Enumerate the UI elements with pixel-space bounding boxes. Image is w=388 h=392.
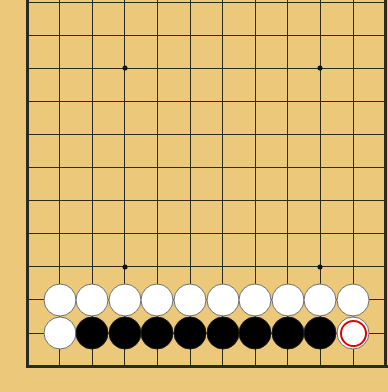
- intersection[interactable]: [43, 151, 76, 184]
- intersection[interactable]: [141, 250, 174, 283]
- intersection[interactable]: [76, 85, 109, 118]
- intersection[interactable]: [271, 250, 304, 283]
- intersection[interactable]: [271, 217, 304, 250]
- intersection[interactable]: [337, 217, 370, 250]
- intersection[interactable]: [271, 0, 304, 19]
- intersection[interactable]: [271, 283, 304, 316]
- intersection[interactable]: [206, 283, 239, 316]
- white-stone: [271, 283, 304, 316]
- intersection[interactable]: [43, 317, 76, 350]
- intersection[interactable]: [337, 118, 370, 151]
- intersection[interactable]: [206, 317, 239, 350]
- intersection[interactable]: [76, 19, 109, 52]
- intersection[interactable]: [174, 151, 207, 184]
- intersection[interactable]: [369, 217, 388, 250]
- intersection[interactable]: [43, 52, 76, 85]
- intersection[interactable]: [174, 283, 207, 316]
- intersection[interactable]: [108, 151, 141, 184]
- intersection[interactable]: [108, 250, 141, 283]
- white-stone: [76, 283, 109, 316]
- intersection[interactable]: [271, 350, 304, 383]
- intersection[interactable]: [369, 283, 388, 316]
- intersection[interactable]: [76, 184, 109, 217]
- intersection[interactable]: [11, 19, 44, 52]
- last-move-marker: [340, 320, 367, 347]
- intersection[interactable]: [141, 217, 174, 250]
- intersection[interactable]: [108, 350, 141, 383]
- intersection[interactable]: [141, 151, 174, 184]
- intersection[interactable]: [369, 350, 388, 383]
- white-stone: [337, 283, 370, 316]
- intersection[interactable]: [141, 52, 174, 85]
- intersection[interactable]: [239, 250, 272, 283]
- intersection[interactable]: [76, 52, 109, 85]
- intersection[interactable]: [271, 184, 304, 217]
- intersection[interactable]: [11, 0, 44, 19]
- intersection[interactable]: [174, 0, 207, 19]
- intersection[interactable]: [206, 217, 239, 250]
- intersection[interactable]: [337, 0, 370, 19]
- intersection[interactable]: [11, 184, 44, 217]
- intersection[interactable]: [43, 283, 76, 316]
- intersection[interactable]: [11, 217, 44, 250]
- white-stone: [174, 283, 207, 316]
- intersection[interactable]: [369, 19, 388, 52]
- intersection[interactable]: [141, 85, 174, 118]
- intersection[interactable]: [239, 118, 272, 151]
- intersection[interactable]: [108, 317, 141, 350]
- intersection[interactable]: [108, 52, 141, 85]
- intersection[interactable]: [337, 283, 370, 316]
- intersection[interactable]: [141, 0, 174, 19]
- intersection[interactable]: [108, 184, 141, 217]
- intersection[interactable]: [108, 283, 141, 316]
- intersection[interactable]: [11, 151, 44, 184]
- intersection[interactable]: [43, 85, 76, 118]
- intersection[interactable]: [304, 52, 337, 85]
- intersection[interactable]: [304, 250, 337, 283]
- intersection[interactable]: [43, 250, 76, 283]
- intersection[interactable]: [271, 19, 304, 52]
- white-stone: [141, 283, 174, 316]
- intersection[interactable]: [239, 0, 272, 19]
- intersection[interactable]: [271, 52, 304, 85]
- black-stone: [271, 317, 304, 350]
- intersection[interactable]: [206, 19, 239, 52]
- go-board: [0, 0, 388, 392]
- intersection[interactable]: [239, 19, 272, 52]
- intersection[interactable]: [337, 317, 370, 350]
- intersection[interactable]: [43, 184, 76, 217]
- intersection[interactable]: [271, 118, 304, 151]
- intersection[interactable]: [337, 151, 370, 184]
- intersection[interactable]: [239, 217, 272, 250]
- intersection[interactable]: [174, 250, 207, 283]
- intersection[interactable]: [11, 250, 44, 283]
- intersection[interactable]: [43, 350, 76, 383]
- intersection[interactable]: [239, 283, 272, 316]
- intersection[interactable]: [304, 85, 337, 118]
- white-stone: [206, 283, 239, 316]
- intersection[interactable]: [304, 350, 337, 383]
- intersection[interactable]: [174, 19, 207, 52]
- white-stone: [43, 317, 76, 350]
- intersection[interactable]: [206, 250, 239, 283]
- black-stone: [304, 317, 337, 350]
- intersection[interactable]: [369, 52, 388, 85]
- intersection[interactable]: [239, 151, 272, 184]
- intersection[interactable]: [271, 85, 304, 118]
- intersection[interactable]: [337, 250, 370, 283]
- intersection[interactable]: [76, 217, 109, 250]
- intersection[interactable]: [11, 283, 44, 316]
- intersection[interactable]: [239, 317, 272, 350]
- black-stone: [174, 317, 207, 350]
- intersection[interactable]: [337, 350, 370, 383]
- intersection[interactable]: [369, 118, 388, 151]
- intersection[interactable]: [76, 317, 109, 350]
- intersection[interactable]: [304, 283, 337, 316]
- intersection[interactable]: [206, 184, 239, 217]
- intersection[interactable]: [337, 85, 370, 118]
- intersection[interactable]: [76, 151, 109, 184]
- black-stone: [76, 317, 109, 350]
- black-stone: [206, 317, 239, 350]
- intersection[interactable]: [304, 151, 337, 184]
- intersection[interactable]: [304, 19, 337, 52]
- intersection[interactable]: [369, 250, 388, 283]
- intersection[interactable]: [141, 283, 174, 316]
- intersection[interactable]: [369, 317, 388, 350]
- intersection[interactable]: [43, 118, 76, 151]
- intersection[interactable]: [206, 85, 239, 118]
- intersection[interactable]: [174, 52, 207, 85]
- intersection[interactable]: [43, 217, 76, 250]
- intersection[interactable]: [206, 151, 239, 184]
- intersection[interactable]: [369, 184, 388, 217]
- intersection[interactable]: [174, 350, 207, 383]
- intersection[interactable]: [141, 184, 174, 217]
- intersection[interactable]: [141, 317, 174, 350]
- intersection[interactable]: [141, 19, 174, 52]
- intersection[interactable]: [108, 118, 141, 151]
- intersection[interactable]: [304, 118, 337, 151]
- intersection[interactable]: [76, 0, 109, 19]
- intersection[interactable]: [239, 52, 272, 85]
- intersection[interactable]: [206, 350, 239, 383]
- intersection[interactable]: [174, 118, 207, 151]
- intersection[interactable]: [11, 52, 44, 85]
- intersection[interactable]: [337, 52, 370, 85]
- intersection[interactable]: [337, 19, 370, 52]
- intersection[interactable]: [11, 85, 44, 118]
- intersection[interactable]: [108, 85, 141, 118]
- intersection[interactable]: [174, 317, 207, 350]
- intersection[interactable]: [174, 184, 207, 217]
- intersection[interactable]: [76, 250, 109, 283]
- white-stone: [304, 283, 337, 316]
- intersection[interactable]: [11, 118, 44, 151]
- intersection[interactable]: [271, 151, 304, 184]
- black-stone: [108, 317, 141, 350]
- black-stone: [239, 317, 272, 350]
- intersection[interactable]: [11, 317, 44, 350]
- intersection[interactable]: [239, 350, 272, 383]
- white-stone: [43, 283, 76, 316]
- intersection[interactable]: [11, 350, 44, 383]
- intersection[interactable]: [174, 217, 207, 250]
- intersection[interactable]: [108, 19, 141, 52]
- intersection[interactable]: [304, 317, 337, 350]
- intersection[interactable]: [43, 0, 76, 19]
- intersection[interactable]: [108, 0, 141, 19]
- intersection[interactable]: [239, 184, 272, 217]
- intersection[interactable]: [108, 217, 141, 250]
- intersection[interactable]: [76, 118, 109, 151]
- intersection[interactable]: [76, 350, 109, 383]
- intersection[interactable]: [337, 184, 370, 217]
- intersection[interactable]: [369, 0, 388, 19]
- intersection[interactable]: [206, 118, 239, 151]
- white-stone: [337, 317, 370, 350]
- white-stone: [108, 283, 141, 316]
- intersection[interactable]: [304, 0, 337, 19]
- intersection[interactable]: [271, 317, 304, 350]
- intersection[interactable]: [206, 52, 239, 85]
- intersection[interactable]: [369, 151, 388, 184]
- intersection[interactable]: [141, 350, 174, 383]
- intersection[interactable]: [141, 118, 174, 151]
- intersection[interactable]: [304, 184, 337, 217]
- intersection[interactable]: [76, 283, 109, 316]
- black-stone: [141, 317, 174, 350]
- intersection[interactable]: [174, 85, 207, 118]
- intersection[interactable]: [239, 85, 272, 118]
- intersection[interactable]: [43, 19, 76, 52]
- intersection[interactable]: [206, 0, 239, 19]
- white-stone: [239, 283, 272, 316]
- intersection[interactable]: [304, 217, 337, 250]
- intersection[interactable]: [369, 85, 388, 118]
